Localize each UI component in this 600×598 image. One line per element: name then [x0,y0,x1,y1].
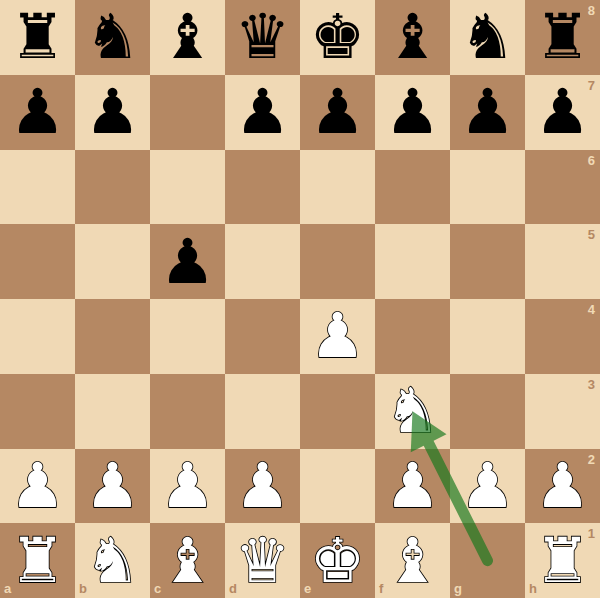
black-pawn[interactable]: ♟ [310,81,366,143]
square-h2[interactable]: ♟2 [525,449,600,524]
rank-label-4: 4 [588,303,595,316]
square-b3[interactable] [75,374,150,449]
square-b8[interactable]: ♞ [75,0,150,75]
square-h5[interactable]: 5 [525,224,600,299]
black-pawn[interactable]: ♟ [10,81,66,143]
square-e6[interactable] [300,150,375,225]
black-rook[interactable]: ♜ [535,6,591,68]
white-king[interactable]: ♚ [310,530,366,592]
square-h1[interactable]: ♜1h [525,523,600,598]
black-pawn[interactable]: ♟ [535,81,591,143]
square-f5[interactable] [375,224,450,299]
square-f2[interactable]: ♟ [375,449,450,524]
square-d3[interactable] [225,374,300,449]
square-c4[interactable] [150,299,225,374]
square-e8[interactable]: ♚ [300,0,375,75]
square-d2[interactable]: ♟ [225,449,300,524]
square-c7[interactable] [150,75,225,150]
square-g1[interactable]: g [450,523,525,598]
chess-board: ♜♞♝♛♚♝♞♜8♟♟♟♟♟♟♟76♟5♟4♞3♟♟♟♟♟♟♟2♜a♞b♝c♛d… [0,0,600,598]
square-b1[interactable]: ♞b [75,523,150,598]
square-f8[interactable]: ♝ [375,0,450,75]
square-e3[interactable] [300,374,375,449]
file-label-g: g [454,582,462,595]
square-c8[interactable]: ♝ [150,0,225,75]
black-pawn[interactable]: ♟ [460,81,516,143]
square-d8[interactable]: ♛ [225,0,300,75]
square-d7[interactable]: ♟ [225,75,300,150]
square-f6[interactable] [375,150,450,225]
white-pawn[interactable]: ♟ [310,305,366,367]
white-pawn[interactable]: ♟ [535,455,591,517]
square-h7[interactable]: ♟7 [525,75,600,150]
black-queen[interactable]: ♛ [235,6,291,68]
white-pawn[interactable]: ♟ [160,455,216,517]
white-queen[interactable]: ♛ [235,530,291,592]
white-rook[interactable]: ♜ [10,530,66,592]
square-a3[interactable] [0,374,75,449]
square-c2[interactable]: ♟ [150,449,225,524]
square-d1[interactable]: ♛d [225,523,300,598]
square-e4[interactable]: ♟ [300,299,375,374]
square-f1[interactable]: ♝f [375,523,450,598]
square-b7[interactable]: ♟ [75,75,150,150]
square-c5[interactable]: ♟ [150,224,225,299]
square-g8[interactable]: ♞ [450,0,525,75]
square-b6[interactable] [75,150,150,225]
square-f4[interactable] [375,299,450,374]
square-f3[interactable]: ♞ [375,374,450,449]
square-g6[interactable] [450,150,525,225]
square-g4[interactable] [450,299,525,374]
white-pawn[interactable]: ♟ [85,455,141,517]
black-pawn[interactable]: ♟ [160,231,216,293]
square-d5[interactable] [225,224,300,299]
file-label-f: f [379,582,383,595]
black-pawn[interactable]: ♟ [235,81,291,143]
white-knight[interactable]: ♞ [85,530,141,592]
square-e5[interactable] [300,224,375,299]
square-a6[interactable] [0,150,75,225]
square-h3[interactable]: 3 [525,374,600,449]
square-a4[interactable] [0,299,75,374]
square-e1[interactable]: ♚e [300,523,375,598]
square-f7[interactable]: ♟ [375,75,450,150]
square-a1[interactable]: ♜a [0,523,75,598]
white-knight[interactable]: ♞ [385,380,441,442]
square-e7[interactable]: ♟ [300,75,375,150]
white-bishop[interactable]: ♝ [385,530,441,592]
white-pawn[interactable]: ♟ [385,455,441,517]
white-pawn[interactable]: ♟ [10,455,66,517]
square-a8[interactable]: ♜ [0,0,75,75]
square-g3[interactable] [450,374,525,449]
white-pawn[interactable]: ♟ [235,455,291,517]
square-d4[interactable] [225,299,300,374]
square-g7[interactable]: ♟ [450,75,525,150]
square-b5[interactable] [75,224,150,299]
square-h4[interactable]: 4 [525,299,600,374]
square-a2[interactable]: ♟ [0,449,75,524]
white-bishop[interactable]: ♝ [160,530,216,592]
black-king[interactable]: ♚ [310,6,366,68]
square-b2[interactable]: ♟ [75,449,150,524]
black-bishop[interactable]: ♝ [385,6,441,68]
rank-label-6: 6 [588,154,595,167]
square-d6[interactable] [225,150,300,225]
rank-label-5: 5 [588,228,595,241]
square-e2[interactable] [300,449,375,524]
square-c1[interactable]: ♝c [150,523,225,598]
square-a5[interactable] [0,224,75,299]
white-pawn[interactable]: ♟ [460,455,516,517]
square-h8[interactable]: ♜8 [525,0,600,75]
square-a7[interactable]: ♟ [0,75,75,150]
square-h6[interactable]: 6 [525,150,600,225]
square-b4[interactable] [75,299,150,374]
black-knight[interactable]: ♞ [460,6,516,68]
square-c3[interactable] [150,374,225,449]
black-knight[interactable]: ♞ [85,6,141,68]
black-rook[interactable]: ♜ [10,6,66,68]
black-pawn[interactable]: ♟ [385,81,441,143]
black-pawn[interactable]: ♟ [85,81,141,143]
square-g5[interactable] [450,224,525,299]
square-g2[interactable]: ♟ [450,449,525,524]
white-rook[interactable]: ♜ [535,530,591,592]
black-bishop[interactable]: ♝ [160,6,216,68]
square-c6[interactable] [150,150,225,225]
rank-label-3: 3 [588,378,595,391]
